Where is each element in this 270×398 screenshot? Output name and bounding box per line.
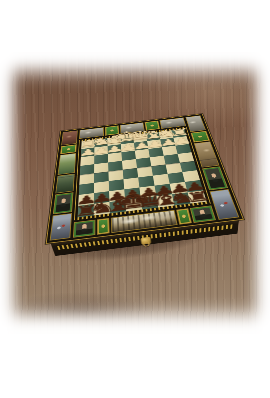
white-pawn: ♟ [172, 135, 193, 145]
border-art-green-panel [176, 208, 192, 224]
border-art-portrait [53, 192, 74, 214]
border-art-portrait [190, 205, 216, 222]
border-art-portrait [73, 220, 95, 238]
border-art-cavalry [50, 213, 72, 241]
border-art-landscape [58, 153, 77, 175]
border-art-green-panel [97, 218, 110, 235]
brass-clasp [141, 237, 151, 245]
border-art-battle-red [61, 130, 78, 145]
product-photo: ♜♞♝♚♛♝♞♜♟♟♟♟♟♟♟♟♟♟♟♟♟♟♟♟♜♞♝♚♛♝♞♜ [0, 0, 270, 398]
